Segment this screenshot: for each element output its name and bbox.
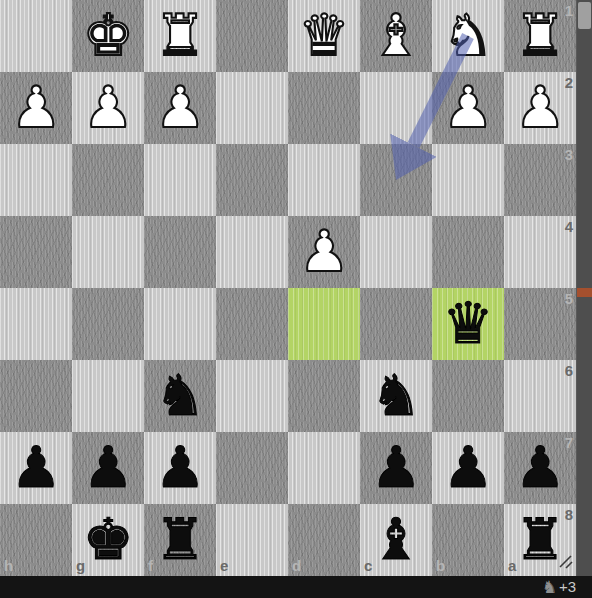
white-king-g1[interactable]: ♚ [72,0,144,72]
square-a4[interactable]: 4 [504,216,576,288]
square-d7[interactable] [288,432,360,504]
square-d2[interactable] [288,72,360,144]
square-b7[interactable]: ♟ [432,432,504,504]
material-bar: ♞ +3 [0,576,592,598]
square-d8[interactable]: d [288,504,360,576]
square-h4[interactable] [0,216,72,288]
square-g3[interactable] [72,144,144,216]
rank-label-8: 8 [565,507,573,522]
white-rook-f1[interactable]: ♜ [144,0,216,72]
square-c2[interactable] [360,72,432,144]
file-label-h: h [4,558,13,573]
board-grid[interactable]: ♚♜♛♝♞♜1♟♟♟♟♟23♟4♛5♞♞6♟♟♟♟♟♟7h♚g♜fed♝cb♜8… [0,0,576,576]
square-c4[interactable] [360,216,432,288]
square-e4[interactable] [216,216,288,288]
square-g1[interactable]: ♚ [72,0,144,72]
rank-label-1: 1 [565,3,573,18]
square-d5[interactable] [288,288,360,360]
square-a3[interactable]: 3 [504,144,576,216]
white-pawn-d4[interactable]: ♟ [288,216,360,288]
square-b6[interactable] [432,360,504,432]
evaluation-gauge-midpoint-tick [577,288,592,297]
square-h1[interactable] [0,0,72,72]
square-g2[interactable]: ♟ [72,72,144,144]
square-g5[interactable] [72,288,144,360]
file-label-f: f [148,558,153,573]
square-c7[interactable]: ♟ [360,432,432,504]
evaluation-gauge-white-segment [578,2,591,29]
white-pawn-f2[interactable]: ♟ [144,72,216,144]
square-e5[interactable] [216,288,288,360]
file-label-a: a [508,558,516,573]
black-pawn-g7[interactable]: ♟ [72,432,144,504]
black-knight-f6[interactable]: ♞ [144,360,216,432]
black-pawn-c7[interactable]: ♟ [360,432,432,504]
file-label-c: c [364,558,372,573]
square-c6[interactable]: ♞ [360,360,432,432]
material-advantage-badge: +3 [559,579,576,595]
square-e6[interactable] [216,360,288,432]
rank-label-6: 6 [565,363,573,378]
square-f4[interactable] [144,216,216,288]
square-d3[interactable] [288,144,360,216]
square-f8[interactable]: ♜f [144,504,216,576]
square-b3[interactable] [432,144,504,216]
square-a2[interactable]: ♟2 [504,72,576,144]
square-h2[interactable]: ♟ [0,72,72,144]
square-d6[interactable] [288,360,360,432]
square-h5[interactable] [0,288,72,360]
evaluation-gauge [576,0,592,576]
square-h3[interactable] [0,144,72,216]
square-g4[interactable] [72,216,144,288]
black-pawn-b7[interactable]: ♟ [432,432,504,504]
square-a6[interactable]: 6 [504,360,576,432]
square-b1[interactable]: ♞ [432,0,504,72]
square-g6[interactable] [72,360,144,432]
square-g8[interactable]: ♚g [72,504,144,576]
square-e1[interactable] [216,0,288,72]
square-f1[interactable]: ♜ [144,0,216,72]
square-e3[interactable] [216,144,288,216]
square-c8[interactable]: ♝c [360,504,432,576]
file-label-d: d [292,558,301,573]
file-label-e: e [220,558,228,573]
rank-label-3: 3 [565,147,573,162]
square-b8[interactable]: b [432,504,504,576]
black-pawn-f7[interactable]: ♟ [144,432,216,504]
square-b5[interactable]: ♛ [432,288,504,360]
chess-board[interactable]: ♚♜♛♝♞♜1♟♟♟♟♟23♟4♛5♞♞6♟♟♟♟♟♟7h♚g♜fed♝cb♜8… [0,0,576,576]
black-rook-f8[interactable]: ♜ [144,504,216,576]
rank-label-2: 2 [565,75,573,90]
file-label-b: b [436,558,445,573]
square-e2[interactable] [216,72,288,144]
square-c1[interactable]: ♝ [360,0,432,72]
square-f5[interactable] [144,288,216,360]
square-a7[interactable]: ♟7 [504,432,576,504]
rank-label-4: 4 [565,219,573,234]
white-pawn-h2[interactable]: ♟ [0,72,72,144]
square-e7[interactable] [216,432,288,504]
square-h7[interactable]: ♟ [0,432,72,504]
board-resize-handle[interactable] [556,552,574,570]
square-a5[interactable]: 5 [504,288,576,360]
black-knight-c6[interactable]: ♞ [360,360,432,432]
black-pawn-h7[interactable]: ♟ [0,432,72,504]
square-f6[interactable]: ♞ [144,360,216,432]
white-bishop-c1[interactable]: ♝ [360,0,432,72]
rank-label-5: 5 [565,291,573,306]
square-h8[interactable]: h [0,504,72,576]
rank-label-7: 7 [565,435,573,450]
white-queen-d1[interactable]: ♛ [288,0,360,72]
square-f3[interactable] [144,144,216,216]
white-knight-b1[interactable]: ♞ [432,0,504,72]
square-d4[interactable]: ♟ [288,216,360,288]
black-queen-b5[interactable]: ♛ [432,288,504,360]
square-d1[interactable]: ♛ [288,0,360,72]
white-pawn-b2[interactable]: ♟ [432,72,504,144]
file-label-g: g [76,558,85,573]
square-c3[interactable] [360,144,432,216]
square-b2[interactable]: ♟ [432,72,504,144]
square-c5[interactable] [360,288,432,360]
square-e8[interactable]: e [216,504,288,576]
square-b4[interactable] [432,216,504,288]
black-knight-icon: ♞ [542,578,557,596]
square-f7[interactable]: ♟ [144,432,216,504]
square-h6[interactable] [0,360,72,432]
square-f2[interactable]: ♟ [144,72,216,144]
square-g7[interactable]: ♟ [72,432,144,504]
white-pawn-g2[interactable]: ♟ [72,72,144,144]
square-a1[interactable]: ♜1 [504,0,576,72]
